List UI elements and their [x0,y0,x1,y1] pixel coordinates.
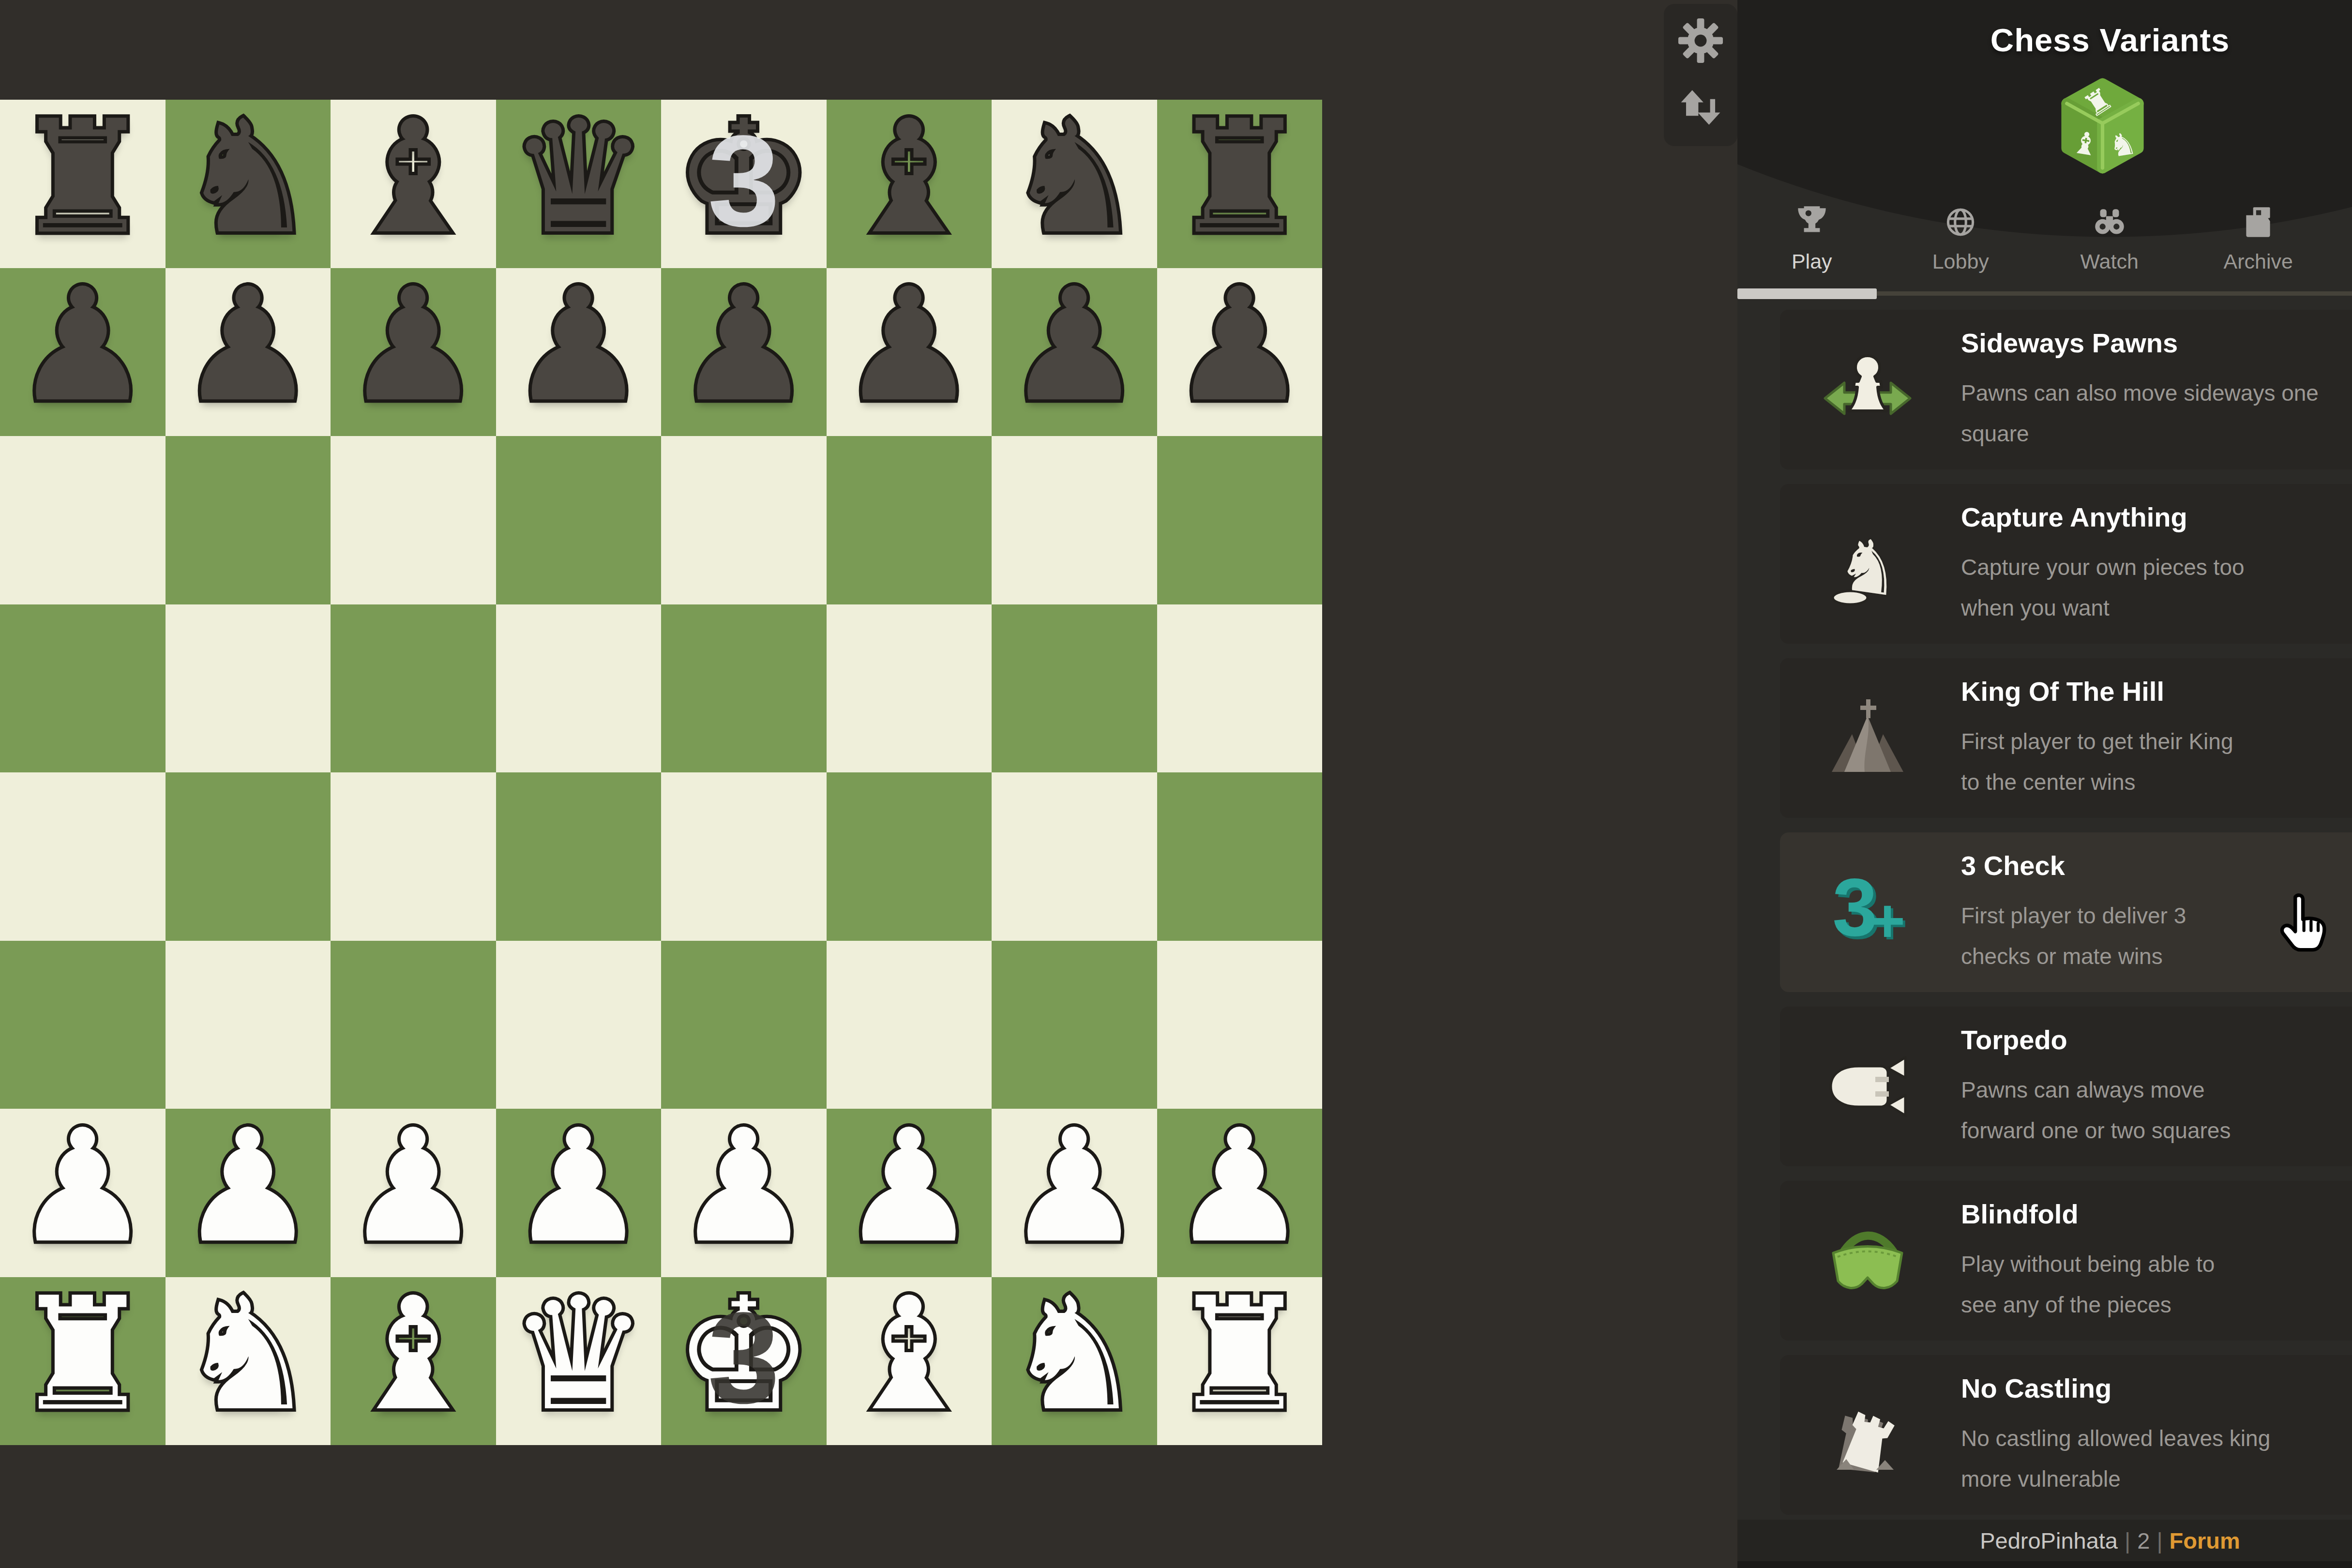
torpedo-icon [1819,1038,1916,1135]
svg-text:♝: ♝ [2069,124,2102,164]
square-g1[interactable]: ♞♞ [992,1277,1157,1446]
square-b4[interactable] [166,772,331,941]
footer-author-link[interactable]: PedroPinhata [1980,1527,2118,1554]
variant-description: Capture your own pieces too when you wan… [1961,547,2245,628]
white-pawn[interactable]: ♟♟ [166,1109,331,1277]
gear-icon [1674,14,1728,70]
square-h7[interactable]: ♟♟ [1157,268,1323,437]
black-rook[interactable]: ♜♜ [1157,100,1323,268]
square-c8[interactable]: ♝♝ [331,100,496,268]
tab-archive[interactable]: Archive [2184,202,2333,289]
black-pawn[interactable]: ♟♟ [331,268,496,437]
white-bishop[interactable]: ♝♝ [331,1277,496,1446]
square-b3[interactable] [166,941,331,1109]
white-rook[interactable]: ♜♜ [1157,1277,1323,1446]
black-queen[interactable]: ♛♛ [496,100,662,268]
variant-description: First player to deliver 3 checks or mate… [1961,895,2186,977]
black-bishop[interactable]: ♝♝ [827,100,992,268]
svg-text:♞: ♞ [2106,125,2139,165]
square-h8[interactable]: ♜♜ [1157,100,1323,268]
panel-title: Chess Variants [1737,21,2352,59]
variant-description: Play without being able to see any of th… [1961,1244,2215,1325]
square-f1[interactable]: ♝♝ [827,1277,992,1446]
square-c5[interactable] [331,604,496,773]
tab-bar: Play Lobby [1737,202,2333,289]
white-pawn[interactable]: ♟♟ [661,1109,827,1277]
black-pawn[interactable]: ♟♟ [1157,268,1323,437]
archive-icon [2238,202,2278,244]
binoculars-icon [2090,202,2129,244]
variant-card-capture-anything[interactable]: ♞ Capture Anything Capture your own piec… [1780,484,2352,644]
flip-board-button[interactable] [1672,79,1730,137]
black-knight[interactable]: ♞♞ [992,100,1157,268]
flip-board-icon [1675,82,1726,135]
white-pawn[interactable]: ♟♟ [992,1109,1157,1277]
square-a5[interactable] [0,604,166,773]
square-b2[interactable]: ♟♟ [166,1109,331,1277]
square-d1[interactable]: ♛♛ [496,1277,662,1446]
variant-description: Pawns can always move forward one or two… [1961,1070,2231,1151]
square-f2[interactable]: ♟♟ [827,1109,992,1277]
square-a2[interactable]: ♟♟ [0,1109,166,1277]
variant-card-3-check[interactable]: 3 3 + + 3 Check First player to deliver … [1780,832,2352,992]
square-f3[interactable] [827,941,992,1109]
square-h1[interactable]: ♜♜ [1157,1277,1323,1446]
square-h5[interactable] [1157,604,1323,773]
variant-title: 3 Check [1961,850,2065,881]
variant-title: King Of The Hill [1961,676,2164,707]
variant-title: Sideways Pawns [1961,327,2178,359]
active-tab-indicator [1737,288,1877,299]
variant-card-torpedo[interactable]: Torpedo Pawns can always move forward on… [1780,1007,2352,1166]
variant-description: Pawns can also move sideways one square [1961,373,2319,454]
black-rook[interactable]: ♜♜ [0,100,166,268]
white-knight[interactable]: ♞♞ [166,1277,331,1446]
capture-anything-icon: ♞ [1819,515,1916,612]
square-e6[interactable] [661,436,827,604]
variants-dice-icon: ♜ ♝ ♞ [2053,73,2152,181]
square-e2[interactable]: ♟♟ [661,1109,827,1277]
square-c3[interactable] [331,941,496,1109]
chess-board[interactable]: ♜♜♞♞♝♝♛♛♚♚3♝♝♞♞♜♜♟♟♟♟♟♟♟♟♟♟♟♟♟♟♟♟♟♟♟♟♟♟♟… [0,100,1322,1445]
square-g8[interactable]: ♞♞ [992,100,1157,268]
variant-card-blindfold[interactable]: Blindfold Play without being able to see… [1780,1181,2352,1341]
square-a7[interactable]: ♟♟ [0,268,166,437]
svg-text:♞: ♞ [1831,521,1907,612]
square-c7[interactable]: ♟♟ [331,268,496,437]
square-g2[interactable]: ♟♟ [992,1109,1157,1277]
square-c4[interactable] [331,772,496,941]
footer-count: 2 [2137,1527,2150,1554]
square-d8[interactable]: ♛♛ [496,100,662,268]
settings-button[interactable] [1672,13,1730,71]
square-h3[interactable] [1157,941,1323,1109]
black-pawn[interactable]: ♟♟ [496,268,662,437]
white-pawn[interactable]: ♟♟ [1157,1109,1323,1277]
tab-play[interactable]: Play [1737,202,1886,289]
variant-card-no-castling[interactable]: No Castling No castling allowed leaves k… [1780,1355,2352,1515]
footer-separator: | [2125,1527,2130,1554]
square-d4[interactable] [496,772,662,941]
variant-description: First player to get their King to the ce… [1961,721,2233,802]
square-d2[interactable]: ♟♟ [496,1109,662,1277]
black-bishop[interactable]: ♝♝ [331,100,496,268]
blindfold-icon [1819,1212,1916,1309]
square-f7[interactable]: ♟♟ [827,268,992,437]
square-c2[interactable]: ♟♟ [331,1109,496,1277]
tab-watch-label: Watch [2081,250,2139,273]
square-f6[interactable] [827,436,992,604]
square-a3[interactable] [0,941,166,1109]
square-h2[interactable]: ♟♟ [1157,1109,1323,1277]
square-b7[interactable]: ♟♟ [166,268,331,437]
square-d5[interactable] [496,604,662,773]
tab-play-label: Play [1792,250,1832,273]
square-b1[interactable]: ♞♞ [166,1277,331,1446]
tab-lobby[interactable]: Lobby [1886,202,2035,289]
variants-panel: Chess Variants ♜ ♝ ♞ Play [1737,0,2352,1568]
white-bishop[interactable]: ♝♝ [827,1277,992,1446]
tab-watch[interactable]: Watch [2035,202,2184,289]
black-pawn[interactable]: ♟♟ [166,268,331,437]
square-g3[interactable] [992,941,1157,1109]
square-e5[interactable] [661,604,827,773]
footer-separator: | [2156,1527,2162,1554]
variant-card-sideways-pawns[interactable]: Sideways Pawns Pawns can also move sidew… [1780,310,2352,469]
square-g6[interactable] [992,436,1157,604]
square-f4[interactable] [827,772,992,941]
square-e1[interactable]: ♚♚3 [661,1277,827,1446]
square-h6[interactable] [1157,436,1323,604]
square-g5[interactable] [992,604,1157,773]
square-a4[interactable] [0,772,166,941]
board-controls [1664,4,1737,146]
square-e4[interactable] [661,772,827,941]
square-a1[interactable]: ♜♜ [0,1277,166,1446]
square-e8[interactable]: ♚♚3 [661,100,827,268]
sideways-pawns-icon [1819,341,1916,438]
panel-bottom-edge [1737,1561,2352,1568]
white-pawn[interactable]: ♟♟ [0,1109,166,1277]
trophy-icon [1792,202,1832,244]
square-c6[interactable] [331,436,496,604]
square-d6[interactable] [496,436,662,604]
king-of-the-hill-icon [1819,690,1916,786]
white-queen[interactable]: ♛♛ [496,1277,662,1446]
square-g7[interactable]: ♟♟ [992,268,1157,437]
variant-title: Blindfold [1961,1198,2079,1230]
square-f8[interactable]: ♝♝ [827,100,992,268]
white-knight[interactable]: ♞♞ [992,1277,1157,1446]
square-c1[interactable]: ♝♝ [331,1277,496,1446]
square-f5[interactable] [827,604,992,773]
globe-icon [1941,202,1980,244]
variant-card-king-of-the-hill[interactable]: King Of The Hill First player to get the… [1780,658,2352,818]
variant-title: No Castling [1961,1372,2111,1404]
footer-forum-link[interactable]: Forum [2170,1527,2240,1554]
square-d7[interactable]: ♟♟ [496,268,662,437]
black-pawn[interactable]: ♟♟ [992,268,1157,437]
white-pawn[interactable]: ♟♟ [496,1109,662,1277]
square-h4[interactable] [1157,772,1323,941]
square-b6[interactable] [166,436,331,604]
square-g4[interactable] [992,772,1157,941]
three-check-icon: 3 3 + + [1819,864,1916,961]
tab-lobby-label: Lobby [1932,250,1989,273]
square-a8[interactable]: ♜♜ [0,100,166,268]
panel-footer: PedroPinhata | 2 | Forum [1737,1520,2352,1561]
square-b8[interactable]: ♞♞ [166,100,331,268]
square-e7[interactable]: ♟♟ [661,268,827,437]
check-counter-e1: 3 [708,1283,780,1433]
svg-text:+: + [1870,887,1905,955]
black-knight[interactable]: ♞♞ [166,100,331,268]
square-d3[interactable] [496,941,662,1109]
variant-description: No castling allowed leaves king more vul… [1961,1418,2270,1499]
variant-title: Torpedo [1961,1024,2067,1055]
white-pawn[interactable]: ♟♟ [331,1109,496,1277]
white-rook[interactable]: ♜♜ [0,1277,166,1446]
tab-archive-label: Archive [2224,250,2293,273]
square-e3[interactable] [661,941,827,1109]
square-a6[interactable] [0,436,166,604]
check-counter-e8: 3 [708,106,780,256]
black-pawn[interactable]: ♟♟ [661,268,827,437]
black-pawn[interactable]: ♟♟ [827,268,992,437]
white-pawn[interactable]: ♟♟ [827,1109,992,1277]
no-castling-icon [1819,1387,1916,1483]
variant-title: Capture Anything [1961,501,2187,533]
square-b5[interactable] [166,604,331,773]
black-pawn[interactable]: ♟♟ [0,268,166,437]
